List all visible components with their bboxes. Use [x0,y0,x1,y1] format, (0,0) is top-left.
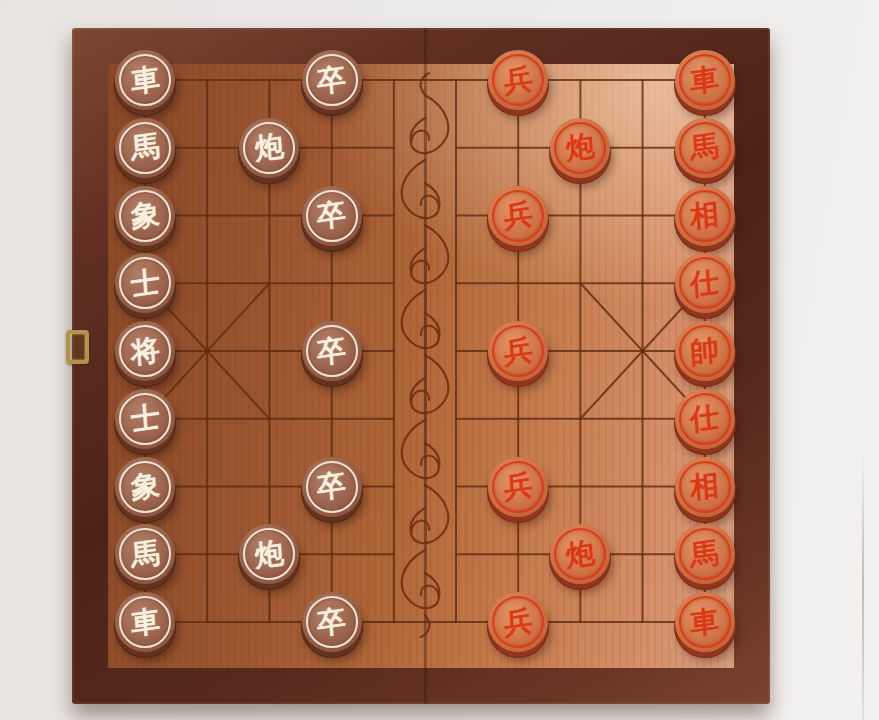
piece-red-cannon[interactable]: 炮 [550,118,610,178]
piece-glyph: 馬 [130,131,161,164]
piece-glyph: 士 [130,402,161,435]
piece-red-soldier[interactable]: 兵 [488,592,548,652]
piece-red-soldier[interactable]: 兵 [488,50,548,110]
piece-glyph: 士 [130,267,161,300]
piece-glyph: 相 [689,199,720,232]
piece-glyph: 兵 [503,199,534,232]
piece-glyph: 炮 [565,131,596,164]
piece-red-soldier[interactable]: 兵 [488,321,548,381]
piece-red-soldier[interactable]: 兵 [488,186,548,246]
piece-glyph: 卒 [316,63,347,96]
piece-black-general[interactable]: 将 [115,321,175,381]
piece-red-elephant[interactable]: 相 [675,186,735,246]
piece-red-advisor[interactable]: 仕 [675,389,735,449]
piece-black-advisor[interactable]: 士 [115,389,175,449]
board-pieces-layer: 車馬象士将士象馬車炮炮卒卒卒卒卒兵兵兵兵兵炮炮車馬相仕帥仕相馬車 [0,0,879,720]
piece-red-soldier[interactable]: 兵 [488,457,548,517]
piece-glyph: 象 [130,199,161,232]
piece-red-horse[interactable]: 馬 [675,524,735,584]
piece-glyph: 車 [130,63,161,96]
piece-red-chariot[interactable]: 車 [675,592,735,652]
piece-glyph: 兵 [503,605,534,638]
piece-black-soldier[interactable]: 卒 [302,592,362,652]
piece-glyph: 馬 [689,538,720,571]
piece-glyph: 炮 [254,131,285,164]
piece-glyph: 象 [130,470,161,503]
piece-black-advisor[interactable]: 士 [115,253,175,313]
piece-glyph: 仕 [689,402,720,435]
piece-glyph: 炮 [565,538,596,571]
scene: 車馬象士将士象馬車炮炮卒卒卒卒卒兵兵兵兵兵炮炮車馬相仕帥仕相馬車 [0,0,879,720]
piece-red-horse[interactable]: 馬 [675,118,735,178]
piece-glyph: 仕 [689,267,720,300]
piece-glyph: 卒 [316,605,347,638]
piece-black-soldier[interactable]: 卒 [302,50,362,110]
piece-black-soldier[interactable]: 卒 [302,321,362,381]
piece-red-advisor[interactable]: 仕 [675,253,735,313]
piece-glyph: 車 [689,605,720,638]
piece-glyph: 帥 [689,334,720,367]
piece-glyph: 将 [130,334,161,367]
piece-glyph: 馬 [130,538,161,571]
piece-glyph: 相 [689,470,720,503]
piece-red-chariot[interactable]: 車 [675,50,735,110]
piece-glyph: 卒 [316,334,347,367]
piece-red-general[interactable]: 帥 [675,321,735,381]
piece-black-chariot[interactable]: 車 [115,592,175,652]
piece-glyph: 兵 [503,63,534,96]
piece-glyph: 兵 [503,470,534,503]
piece-glyph: 兵 [503,334,534,367]
piece-black-elephant[interactable]: 象 [115,186,175,246]
piece-red-elephant[interactable]: 相 [675,457,735,517]
piece-glyph: 車 [689,63,720,96]
piece-black-soldier[interactable]: 卒 [302,457,362,517]
piece-black-horse[interactable]: 馬 [115,118,175,178]
piece-red-cannon[interactable]: 炮 [550,524,610,584]
piece-black-horse[interactable]: 馬 [115,524,175,584]
piece-black-cannon[interactable]: 炮 [239,118,299,178]
piece-black-soldier[interactable]: 卒 [302,186,362,246]
piece-black-chariot[interactable]: 車 [115,50,175,110]
piece-glyph: 卒 [316,199,347,232]
piece-glyph: 馬 [689,131,720,164]
piece-glyph: 卒 [316,470,347,503]
piece-black-elephant[interactable]: 象 [115,457,175,517]
piece-black-cannon[interactable]: 炮 [239,524,299,584]
piece-glyph: 炮 [254,538,285,571]
piece-glyph: 車 [130,605,161,638]
